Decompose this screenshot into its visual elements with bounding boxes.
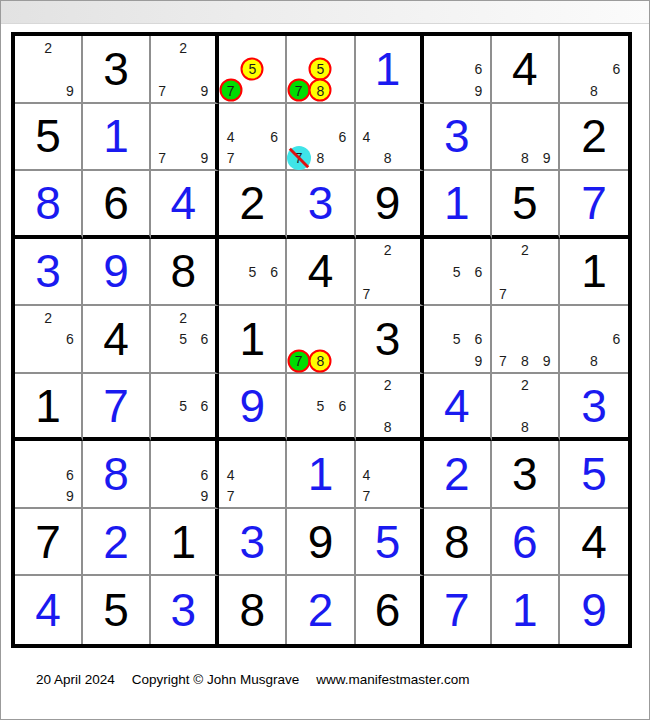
entered-digit: 9 <box>240 383 266 429</box>
pencil-mark-2: 2 <box>376 373 399 396</box>
given-digit: 1 <box>170 519 196 565</box>
entered-digit: 4 <box>444 383 470 429</box>
cell-r9c6[interactable]: 6 <box>356 576 424 644</box>
given-digit: 9 <box>308 519 334 565</box>
given-digit: 1 <box>240 316 266 362</box>
cell-r4c7[interactable]: 56 <box>424 239 492 307</box>
cell-r4c2[interactable]: 9 <box>83 239 151 307</box>
pencil-mark-2: 2 <box>37 306 60 329</box>
cell-r3c5[interactable]: 3 <box>287 171 355 239</box>
pencil-mark-6: 6 <box>193 394 216 417</box>
cell-r1c9[interactable]: 68 <box>560 36 628 104</box>
cell-r1c2[interactable]: 3 <box>83 36 151 104</box>
cell-r2c1[interactable]: 5 <box>15 104 83 172</box>
pencil-mark-8: 8 <box>513 415 536 438</box>
footer-copyright: Copyright © John Musgrave <box>132 672 300 687</box>
entered-digit: 6 <box>512 519 538 565</box>
cell-r8c4[interactable]: 3 <box>219 509 287 577</box>
entered-digit: 4 <box>170 180 196 226</box>
cell-r2c8[interactable]: 89 <box>492 104 560 172</box>
pencil-mark-6: 6 <box>331 394 354 417</box>
pencil-mark-2: 2 <box>376 238 399 261</box>
pencil-mark-9: 9 <box>193 484 216 507</box>
cell-r1c4[interactable]: 57 <box>219 36 287 104</box>
cell-r7c3[interactable]: 69 <box>151 441 219 509</box>
given-digit: 8 <box>240 587 266 633</box>
cell-r7c1[interactable]: 69 <box>15 441 83 509</box>
pencil-mark-2: 2 <box>513 373 536 396</box>
pencil-mark-6: 6 <box>467 260 490 283</box>
given-digit: 4 <box>308 248 334 294</box>
entered-digit: 1 <box>375 46 401 92</box>
cell-r4c4[interactable]: 56 <box>219 239 287 307</box>
cell-r2c7[interactable]: 3 <box>424 104 492 172</box>
sudoku-board: 2932795757816946851794676784838928642391… <box>11 32 632 648</box>
cell-r4c5[interactable]: 4 <box>287 239 355 307</box>
entered-digit: 3 <box>35 248 61 294</box>
cell-r6c2[interactable]: 7 <box>83 374 151 442</box>
pencil-mark-7: 7 <box>492 282 515 305</box>
cell-r9c4[interactable]: 8 <box>219 576 287 644</box>
footer-date: 20 April 2024 <box>36 672 115 687</box>
pencil-mark-8: 8 <box>376 146 399 169</box>
pencil-mark-6: 6 <box>193 463 216 486</box>
cell-r8c5[interactable]: 9 <box>287 509 355 577</box>
cell-r7c7[interactable]: 2 <box>424 441 492 509</box>
cell-r3c8[interactable]: 5 <box>492 171 560 239</box>
entered-digit: 2 <box>444 451 470 497</box>
cell-r4c1[interactable]: 3 <box>15 239 83 307</box>
pencil-mark-6: 6 <box>58 327 81 350</box>
pencil-mark-9: 9 <box>193 146 216 169</box>
cell-r1c8[interactable]: 4 <box>492 36 560 104</box>
cell-r1c6[interactable]: 1 <box>356 36 424 104</box>
entered-digit: 3 <box>581 383 607 429</box>
pencil-mark-5: 5 <box>241 260 264 283</box>
given-digit: 3 <box>103 46 129 92</box>
given-digit: 5 <box>103 587 129 633</box>
candidate-7-green: 7 <box>219 79 242 102</box>
candidate-8-yellow: 8 <box>309 349 332 372</box>
cell-r9c1[interactable]: 4 <box>15 576 83 644</box>
cell-r3c9[interactable]: 7 <box>560 171 628 239</box>
pencil-mark-2: 2 <box>37 36 60 59</box>
cell-r6c7[interactable]: 4 <box>424 374 492 442</box>
entered-digit: 3 <box>240 519 266 565</box>
given-digit: 4 <box>103 316 129 362</box>
cell-r5c9[interactable]: 68 <box>560 306 628 374</box>
pencil-mark-9: 9 <box>58 79 81 102</box>
footer: 20 April 2024 Copyright © John Musgrave … <box>36 672 469 687</box>
cell-r9c3[interactable]: 3 <box>151 576 219 644</box>
cell-r7c8[interactable]: 3 <box>492 441 560 509</box>
pencil-mark-7: 7 <box>219 484 242 507</box>
pencil-mark-9: 9 <box>535 349 558 372</box>
given-digit: 4 <box>512 46 538 92</box>
pencil-mark-8: 8 <box>582 79 605 102</box>
cell-r8c9[interactable]: 4 <box>560 509 628 577</box>
cell-r4c9[interactable]: 1 <box>560 239 628 307</box>
entered-digit: 1 <box>308 451 334 497</box>
pencil-mark-9: 9 <box>467 349 490 372</box>
pencil-mark-5: 5 <box>445 260 468 283</box>
cell-r7c2[interactable]: 8 <box>83 441 151 509</box>
given-digit: 3 <box>512 451 538 497</box>
pencil-mark-6: 6 <box>263 260 286 283</box>
cell-r5c6[interactable]: 3 <box>356 306 424 374</box>
pencil-mark-7: 7 <box>151 146 174 169</box>
pencil-mark-8: 8 <box>376 415 399 438</box>
given-digit: 2 <box>240 180 266 226</box>
pencil-mark-8: 8 <box>513 349 536 372</box>
cell-r5c2[interactable]: 4 <box>83 306 151 374</box>
pencil-mark-4: 4 <box>355 463 378 486</box>
cell-r4c3[interactable]: 8 <box>151 239 219 307</box>
candidate-5-yellow: 5 <box>241 57 264 80</box>
entered-digit: 7 <box>444 587 470 633</box>
pencil-mark-2: 2 <box>172 36 195 59</box>
given-digit: 1 <box>35 383 61 429</box>
cell-r9c8[interactable]: 1 <box>492 576 560 644</box>
pencil-mark-4: 4 <box>355 125 378 148</box>
pencil-mark-6: 6 <box>605 327 628 350</box>
entered-digit: 7 <box>103 383 129 429</box>
cell-r2c2[interactable]: 1 <box>83 104 151 172</box>
footer-url[interactable]: www.manifestmaster.com <box>316 672 469 687</box>
pencil-mark-8: 8 <box>582 349 605 372</box>
given-digit: 7 <box>35 519 61 565</box>
pencil-mark-5: 5 <box>445 327 468 350</box>
given-digit: 1 <box>581 248 607 294</box>
window-titlebar <box>1 1 649 24</box>
cell-r9c7[interactable]: 7 <box>424 576 492 644</box>
pencil-mark-6: 6 <box>605 57 628 80</box>
pencil-mark-6: 6 <box>467 57 490 80</box>
pencil-mark-7: 7 <box>219 146 242 169</box>
given-digit: 6 <box>375 587 401 633</box>
cell-r6c6[interactable]: 28 <box>356 374 424 442</box>
cell-r6c3[interactable]: 56 <box>151 374 219 442</box>
pencil-mark-2: 2 <box>172 306 195 329</box>
cell-r5c7[interactable]: 569 <box>424 306 492 374</box>
given-digit: 6 <box>103 180 129 226</box>
cell-r8c7[interactable]: 8 <box>424 509 492 577</box>
pencil-mark-7: 7 <box>355 282 378 305</box>
cell-r5c4[interactable]: 1 <box>219 306 287 374</box>
pencil-mark-6: 6 <box>193 327 216 350</box>
cell-r9c2[interactable]: 5 <box>83 576 151 644</box>
pencil-mark-6: 6 <box>467 327 490 350</box>
cell-r9c9[interactable]: 9 <box>560 576 628 644</box>
cell-r3c6[interactable]: 9 <box>356 171 424 239</box>
cell-r5c8[interactable]: 789 <box>492 306 560 374</box>
given-digit: 5 <box>35 113 61 159</box>
cell-r3c7[interactable]: 1 <box>424 171 492 239</box>
candidate-7-green: 7 <box>287 349 310 372</box>
cell-r4c8[interactable]: 27 <box>492 239 560 307</box>
pencil-mark-6: 6 <box>331 125 354 148</box>
cell-r9c5[interactable]: 2 <box>287 576 355 644</box>
cell-r7c6[interactable]: 47 <box>356 441 424 509</box>
cell-r8c2[interactable]: 2 <box>83 509 151 577</box>
candidate-8-yellow: 8 <box>309 79 332 102</box>
cell-r2c3[interactable]: 79 <box>151 104 219 172</box>
cell-r4c6[interactable]: 27 <box>356 239 424 307</box>
cell-r2c9[interactable]: 2 <box>560 104 628 172</box>
cell-r1c5[interactable]: 578 <box>287 36 355 104</box>
cell-r5c5[interactable]: 78 <box>287 306 355 374</box>
given-digit: 9 <box>375 180 401 226</box>
cell-r8c1[interactable]: 7 <box>15 509 83 577</box>
entered-digit: 5 <box>581 451 607 497</box>
pencil-mark-5: 5 <box>172 327 195 350</box>
given-digit: 3 <box>375 316 401 362</box>
pencil-mark-9: 9 <box>193 79 216 102</box>
cell-r6c5[interactable]: 56 <box>287 374 355 442</box>
pencil-mark-8: 8 <box>513 146 536 169</box>
entered-digit: 9 <box>103 248 129 294</box>
cell-r2c6[interactable]: 48 <box>356 104 424 172</box>
candidate-7-green: 7 <box>287 79 310 102</box>
entered-digit: 1 <box>444 180 470 226</box>
cell-r8c8[interactable]: 6 <box>492 509 560 577</box>
entered-digit: 2 <box>103 519 129 565</box>
cell-r5c3[interactable]: 256 <box>151 306 219 374</box>
entered-digit: 2 <box>308 587 334 633</box>
cell-r2c5[interactable]: 678 <box>287 104 355 172</box>
cell-r5c1[interactable]: 26 <box>15 306 83 374</box>
pencil-mark-9: 9 <box>535 146 558 169</box>
entered-digit: 7 <box>581 180 607 226</box>
given-digit: 5 <box>512 180 538 226</box>
cell-r1c7[interactable]: 69 <box>424 36 492 104</box>
cell-r7c5[interactable]: 1 <box>287 441 355 509</box>
cell-r6c9[interactable]: 3 <box>560 374 628 442</box>
cell-r7c9[interactable]: 5 <box>560 441 628 509</box>
given-digit: 4 <box>581 519 607 565</box>
pencil-mark-9: 9 <box>467 79 490 102</box>
pencil-mark-8: 8 <box>309 146 332 169</box>
sudoku-app-window: 2932795757816946851794676784838928642391… <box>0 0 650 720</box>
entered-digit: 9 <box>581 587 607 633</box>
candidate-7-cyan-struck: 7 <box>287 146 311 170</box>
pencil-mark-7: 7 <box>151 79 174 102</box>
cell-r1c1[interactable]: 29 <box>15 36 83 104</box>
given-digit: 2 <box>581 113 607 159</box>
entered-digit: 3 <box>170 587 196 633</box>
pencil-mark-6: 6 <box>263 125 286 148</box>
entered-digit: 4 <box>35 587 61 633</box>
pencil-mark-9: 9 <box>58 484 81 507</box>
cell-r3c1[interactable]: 8 <box>15 171 83 239</box>
entered-digit: 1 <box>103 113 129 159</box>
pencil-mark-4: 4 <box>219 125 242 148</box>
cell-r3c4[interactable]: 2 <box>219 171 287 239</box>
cell-r8c6[interactable]: 5 <box>356 509 424 577</box>
pencil-mark-4: 4 <box>219 463 242 486</box>
pencil-mark-6: 6 <box>58 463 81 486</box>
pencil-mark-2: 2 <box>513 238 536 261</box>
candidate-5-yellow: 5 <box>309 57 332 80</box>
pencil-mark-7: 7 <box>492 349 515 372</box>
entered-digit: 1 <box>512 587 538 633</box>
entered-digit: 5 <box>375 519 401 565</box>
cell-r6c1[interactable]: 1 <box>15 374 83 442</box>
cell-r3c2[interactable]: 6 <box>83 171 151 239</box>
cell-r6c4[interactable]: 9 <box>219 374 287 442</box>
cell-r7c4[interactable]: 47 <box>219 441 287 509</box>
cell-r6c8[interactable]: 28 <box>492 374 560 442</box>
entered-digit: 3 <box>444 113 470 159</box>
entered-digit: 8 <box>35 180 61 226</box>
pencil-mark-5: 5 <box>309 394 332 417</box>
cell-r3c3[interactable]: 4 <box>151 171 219 239</box>
given-digit: 8 <box>444 519 470 565</box>
entered-digit: 8 <box>103 451 129 497</box>
cell-r8c3[interactable]: 1 <box>151 509 219 577</box>
cell-r1c3[interactable]: 279 <box>151 36 219 104</box>
pencil-mark-7: 7 <box>355 484 378 507</box>
given-digit: 8 <box>170 248 196 294</box>
pencil-mark-5: 5 <box>172 394 195 417</box>
entered-digit: 3 <box>308 180 334 226</box>
cell-r2c4[interactable]: 467 <box>219 104 287 172</box>
